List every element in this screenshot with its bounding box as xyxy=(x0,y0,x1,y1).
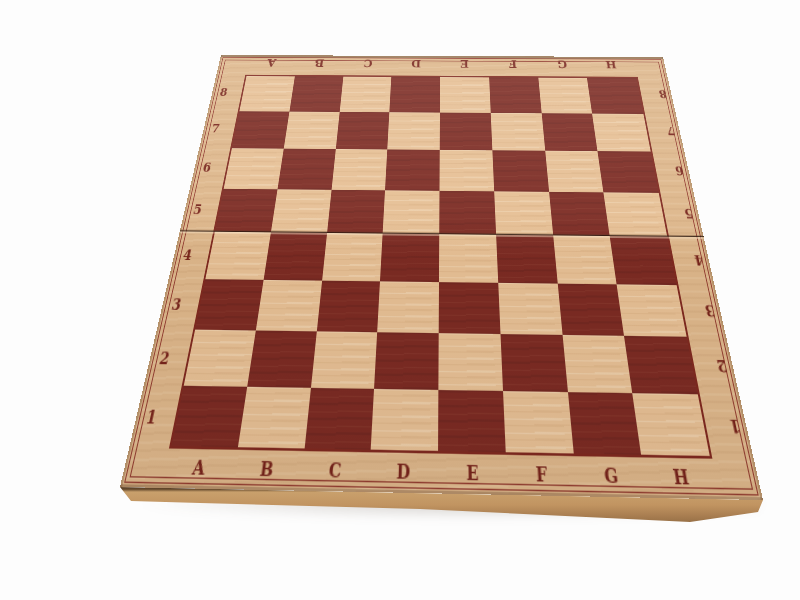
rank-label-right-3: 5 xyxy=(675,192,704,237)
rank-label-right-1: 7 xyxy=(658,113,684,151)
square-a7[interactable] xyxy=(232,111,289,149)
square-h2[interactable] xyxy=(624,336,697,394)
square-f1[interactable] xyxy=(503,390,573,453)
square-h1[interactable] xyxy=(632,393,709,456)
square-f5[interactable] xyxy=(494,191,553,236)
file-label-bottom-2: C xyxy=(299,452,370,489)
square-g8[interactable] xyxy=(538,78,592,114)
square-c1[interactable] xyxy=(304,387,374,449)
rank-label-left-3: 5 xyxy=(181,188,213,232)
square-d7[interactable] xyxy=(387,112,439,150)
square-b1[interactable] xyxy=(238,386,311,448)
square-h6[interactable] xyxy=(598,151,659,192)
file-label-top-1: B xyxy=(295,57,345,69)
square-c5[interactable] xyxy=(327,189,386,233)
file-label-top-4: E xyxy=(440,58,489,70)
square-d5[interactable] xyxy=(383,190,440,234)
square-h7[interactable] xyxy=(592,113,650,151)
square-h4[interactable] xyxy=(610,236,677,285)
square-d1[interactable] xyxy=(371,388,438,451)
square-c8[interactable] xyxy=(339,77,391,112)
square-f3[interactable] xyxy=(498,282,562,335)
square-g4[interactable] xyxy=(553,235,617,283)
square-d3[interactable] xyxy=(377,281,439,333)
file-label-bottom-3: D xyxy=(368,454,438,491)
square-c7[interactable] xyxy=(335,112,389,150)
file-label-bottom-0: A xyxy=(161,450,235,487)
rank-label-right-0: 8 xyxy=(651,77,676,113)
square-b4[interactable] xyxy=(263,232,326,280)
file-label-top-7: H xyxy=(585,59,636,71)
square-e6[interactable] xyxy=(439,150,493,191)
rank-label-left-1: 7 xyxy=(201,110,230,148)
rank-label-left-4: 4 xyxy=(170,231,203,279)
square-e5[interactable] xyxy=(439,190,496,234)
square-f7[interactable] xyxy=(491,113,545,151)
square-f2[interactable] xyxy=(500,334,567,391)
square-g7[interactable] xyxy=(541,113,597,151)
square-b3[interactable] xyxy=(256,279,322,331)
square-c6[interactable] xyxy=(331,149,387,190)
square-e7[interactable] xyxy=(440,112,492,150)
board-squares xyxy=(169,75,712,459)
square-h5[interactable] xyxy=(604,192,668,237)
rank-label-left-2: 6 xyxy=(192,147,222,188)
square-d6[interactable] xyxy=(385,149,439,190)
file-label-bottom-1: B xyxy=(230,451,303,488)
square-g2[interactable] xyxy=(562,335,632,393)
square-a4[interactable] xyxy=(205,232,270,280)
square-a2[interactable] xyxy=(184,330,256,387)
file-label-bottom-7: H xyxy=(643,459,719,496)
chessboard: ABCDEFGH ABCDEFGH 87654321 87654321 xyxy=(120,55,763,500)
file-label-bottom-5: F xyxy=(506,456,578,493)
square-a3[interactable] xyxy=(195,279,263,331)
square-g5[interactable] xyxy=(549,191,610,236)
file-label-bottom-6: G xyxy=(575,457,649,494)
square-d8[interactable] xyxy=(390,77,441,112)
rank-label-right-7: 1 xyxy=(717,396,754,460)
rank-label-left-6: 2 xyxy=(145,330,182,387)
square-b8[interactable] xyxy=(289,76,343,111)
file-label-top-0: A xyxy=(247,57,297,69)
square-f4[interactable] xyxy=(496,235,557,283)
square-h3[interactable] xyxy=(617,284,687,337)
rank-label-left-7: 1 xyxy=(131,386,171,448)
square-f8[interactable] xyxy=(489,77,541,112)
square-b2[interactable] xyxy=(247,330,316,387)
square-a6[interactable] xyxy=(224,148,284,189)
square-b6[interactable] xyxy=(277,149,335,190)
rank-label-right-2: 6 xyxy=(666,151,693,193)
square-h8[interactable] xyxy=(587,78,643,114)
file-label-top-3: D xyxy=(392,58,441,70)
square-g6[interactable] xyxy=(545,151,604,192)
square-e8[interactable] xyxy=(440,77,491,112)
square-d4[interactable] xyxy=(380,234,439,282)
square-f6[interactable] xyxy=(492,150,548,191)
square-e3[interactable] xyxy=(439,282,501,334)
square-a5[interactable] xyxy=(215,188,277,232)
square-c2[interactable] xyxy=(311,331,378,388)
square-d2[interactable] xyxy=(374,332,438,389)
file-label-top-6: G xyxy=(537,58,587,70)
square-a1[interactable] xyxy=(172,385,248,447)
rank-label-right-6: 2 xyxy=(705,338,739,396)
square-g1[interactable] xyxy=(567,391,641,454)
square-g3[interactable] xyxy=(557,283,624,336)
square-e2[interactable] xyxy=(438,333,502,390)
square-b7[interactable] xyxy=(284,111,340,149)
rank-label-left-0: 8 xyxy=(210,75,237,110)
square-e1[interactable] xyxy=(438,389,505,452)
square-a8[interactable] xyxy=(239,76,294,111)
rank-label-right-4: 4 xyxy=(684,237,715,286)
file-labels-top: ABCDEFGH xyxy=(247,57,637,70)
photo-background: ABCDEFGH ABCDEFGH 87654321 87654321 xyxy=(0,0,800,600)
square-b5[interactable] xyxy=(271,189,332,233)
rank-label-right-5: 3 xyxy=(694,285,726,338)
square-c3[interactable] xyxy=(316,280,380,332)
file-label-top-5: F xyxy=(488,58,538,70)
file-label-bottom-4: E xyxy=(438,455,508,492)
square-c4[interactable] xyxy=(322,233,383,281)
square-e4[interactable] xyxy=(439,234,498,282)
rank-label-left-5: 3 xyxy=(159,279,194,331)
file-label-top-2: C xyxy=(343,58,392,70)
